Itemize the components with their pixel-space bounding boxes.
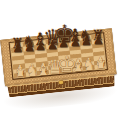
piece-black-pawn[interactable]: ♟ (89, 33, 107, 45)
product-photo: ♜♞♝♛♚♝♞♜♟♟♟♟♟♟♟♟♟♟♟♟♟♟♟♟♜♞♝♛♚♝♞♜ (0, 0, 120, 120)
pieces-layer: ♜♞♝♛♚♝♞♜♟♟♟♟♟♟♟♟♟♟♟♟♟♟♟♟♜♞♝♛♚♝♞♜ (0, 28, 120, 98)
piece-white-rook[interactable]: ♜ (92, 58, 110, 71)
chess-set: ♜♞♝♛♚♝♞♜♟♟♟♟♟♟♟♟♟♟♟♟♟♟♟♟♜♞♝♛♚♝♞♜ (0, 28, 120, 98)
